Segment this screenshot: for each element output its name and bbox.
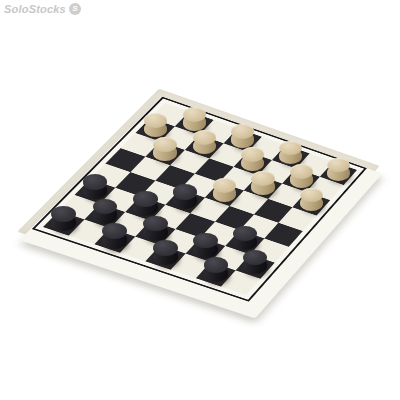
watermark-logo-icon: S [69, 3, 81, 15]
watermark: SoloStocks S [4, 3, 81, 15]
watermark-logo-glyph: S [72, 5, 77, 13]
watermark-text: SoloStocks [4, 3, 66, 15]
product-photo: SoloStocks S ⛀⛀⛀⛀⛀⛀⛀⛀⛀⛀⛀⛀⛂⛂⛂⛂⛂⛂⛂⛂⛂⛂⛂⛂ [0, 0, 400, 400]
board-grid [43, 103, 357, 295]
checkers-board [17, 89, 379, 311]
